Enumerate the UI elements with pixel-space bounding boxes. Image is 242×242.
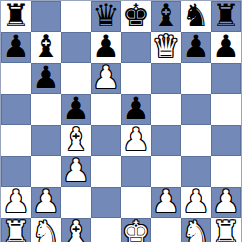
square-e1[interactable]: ♚: [121, 218, 151, 242]
piece-white-rook[interactable]: ♜: [2, 217, 30, 242]
chess-board: ♜♛♚♝♞♜♟♝♟♛♟♟♟♟♟♟♝♟♟♟♟♟♟♟♜♞♝♚♞♜: [0, 0, 242, 242]
piece-white-pawn[interactable]: ♟: [182, 186, 210, 217]
square-f1[interactable]: [151, 218, 181, 242]
square-f4[interactable]: [151, 125, 181, 156]
piece-white-queen[interactable]: ♛: [152, 31, 180, 62]
square-e7[interactable]: [121, 32, 151, 63]
piece-white-pawn[interactable]: ♟: [62, 155, 90, 186]
square-g7[interactable]: ♟: [181, 32, 211, 63]
square-a5[interactable]: [1, 94, 31, 125]
square-f2[interactable]: ♟: [151, 187, 181, 218]
piece-black-pawn[interactable]: ♟: [122, 93, 150, 124]
piece-white-knight[interactable]: ♞: [32, 217, 60, 242]
piece-white-knight[interactable]: ♞: [182, 217, 210, 242]
square-f6[interactable]: [151, 63, 181, 94]
square-c1[interactable]: ♝: [61, 218, 91, 242]
square-c7[interactable]: [61, 32, 91, 63]
piece-white-pawn[interactable]: ♟: [2, 186, 30, 217]
square-b6[interactable]: ♟: [31, 63, 61, 94]
square-e8[interactable]: ♚: [121, 1, 151, 32]
piece-white-pawn[interactable]: ♟: [152, 186, 180, 217]
square-d5[interactable]: [91, 94, 121, 125]
square-g5[interactable]: [181, 94, 211, 125]
piece-black-bishop[interactable]: ♝: [152, 0, 180, 31]
square-a1[interactable]: ♜: [1, 218, 31, 242]
square-b4[interactable]: [31, 125, 61, 156]
square-e4[interactable]: ♟: [121, 125, 151, 156]
piece-white-king[interactable]: ♚: [122, 217, 150, 242]
square-d4[interactable]: [91, 125, 121, 156]
piece-white-bishop[interactable]: ♝: [62, 217, 90, 242]
piece-black-queen[interactable]: ♛: [92, 0, 120, 31]
piece-black-knight[interactable]: ♞: [182, 0, 210, 31]
piece-black-pawn[interactable]: ♟: [62, 93, 90, 124]
square-b1[interactable]: ♞: [31, 218, 61, 242]
square-h1[interactable]: ♜: [211, 218, 241, 242]
piece-black-rook[interactable]: ♜: [2, 0, 30, 31]
piece-black-king[interactable]: ♚: [122, 0, 150, 31]
square-c3[interactable]: ♟: [61, 156, 91, 187]
piece-white-pawn[interactable]: ♟: [212, 186, 240, 217]
square-b5[interactable]: [31, 94, 61, 125]
piece-black-pawn[interactable]: ♟: [212, 31, 240, 62]
square-d1[interactable]: [91, 218, 121, 242]
square-g1[interactable]: ♞: [181, 218, 211, 242]
piece-black-pawn[interactable]: ♟: [92, 31, 120, 62]
piece-black-rook[interactable]: ♜: [212, 0, 240, 31]
square-h4[interactable]: [211, 125, 241, 156]
square-a7[interactable]: ♟: [1, 32, 31, 63]
square-e3[interactable]: [121, 156, 151, 187]
square-g6[interactable]: [181, 63, 211, 94]
square-d3[interactable]: [91, 156, 121, 187]
square-h5[interactable]: [211, 94, 241, 125]
piece-white-rook[interactable]: ♜: [212, 217, 240, 242]
piece-white-pawn[interactable]: ♟: [122, 124, 150, 155]
square-f5[interactable]: [151, 94, 181, 125]
square-a4[interactable]: [1, 125, 31, 156]
piece-white-pawn[interactable]: ♟: [92, 62, 120, 93]
piece-black-pawn[interactable]: ♟: [182, 31, 210, 62]
square-d6[interactable]: ♟: [91, 63, 121, 94]
piece-white-bishop[interactable]: ♝: [62, 124, 90, 155]
square-f7[interactable]: ♛: [151, 32, 181, 63]
square-h7[interactable]: ♟: [211, 32, 241, 63]
piece-black-pawn[interactable]: ♟: [32, 62, 60, 93]
piece-black-bishop[interactable]: ♝: [32, 31, 60, 62]
piece-black-pawn[interactable]: ♟: [2, 31, 30, 62]
square-d2[interactable]: [91, 187, 121, 218]
square-g4[interactable]: [181, 125, 211, 156]
square-h6[interactable]: [211, 63, 241, 94]
square-c8[interactable]: [61, 1, 91, 32]
piece-white-pawn[interactable]: ♟: [32, 186, 60, 217]
square-a6[interactable]: [1, 63, 31, 94]
